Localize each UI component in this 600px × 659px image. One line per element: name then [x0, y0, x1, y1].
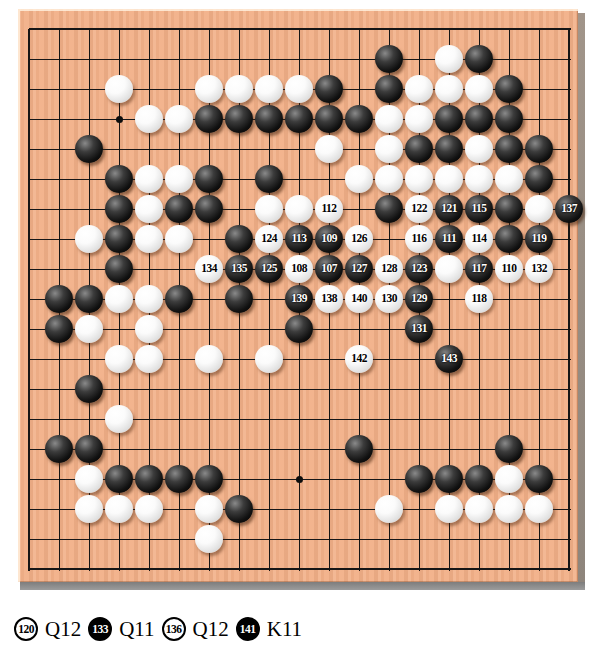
- board-side-right: [578, 13, 585, 586]
- stone-white[interactable]: [405, 75, 433, 103]
- stone-black[interactable]: [435, 465, 463, 493]
- stone-white-move-114[interactable]: 114: [465, 225, 493, 253]
- stone-white-move-140[interactable]: 140: [345, 285, 373, 313]
- stone-white-move-116[interactable]: 116: [405, 225, 433, 253]
- grid-line-horizontal: [29, 449, 571, 450]
- stone-white[interactable]: [105, 405, 133, 433]
- stone-white[interactable]: [195, 345, 223, 373]
- stone-white-move-118[interactable]: 118: [465, 285, 493, 313]
- stone-white-move-110[interactable]: 110: [495, 255, 523, 283]
- move-number: 115: [471, 203, 486, 215]
- go-board[interactable]: 1121221211151371241131091261161111141191…: [18, 9, 585, 590]
- stone-white[interactable]: [435, 75, 463, 103]
- stone-white[interactable]: [255, 195, 283, 223]
- stone-white[interactable]: [135, 315, 163, 343]
- stone-black-move-117[interactable]: 117: [465, 255, 493, 283]
- caption-move-120-coordinate: Q12: [45, 617, 81, 642]
- move-number: 131: [411, 323, 427, 335]
- grid-line-vertical: [568, 29, 570, 571]
- grid-line-horizontal: [29, 389, 571, 390]
- move-number: 134: [201, 263, 217, 275]
- stone-white[interactable]: [75, 315, 103, 343]
- grid-line-horizontal: [29, 539, 571, 540]
- star-point: [296, 476, 303, 483]
- stone-black-move-115[interactable]: 115: [465, 195, 493, 223]
- stone-white[interactable]: [375, 135, 403, 163]
- stone-white[interactable]: [225, 75, 253, 103]
- stone-black[interactable]: [135, 465, 163, 493]
- stone-black[interactable]: [255, 165, 283, 193]
- stone-white[interactable]: [195, 525, 223, 553]
- stone-white[interactable]: [105, 75, 133, 103]
- stone-white[interactable]: [405, 165, 433, 193]
- stone-white[interactable]: [75, 225, 103, 253]
- stone-black[interactable]: [465, 105, 493, 133]
- stone-white[interactable]: [465, 495, 493, 523]
- stone-black[interactable]: [495, 105, 523, 133]
- move-number: 116: [411, 233, 426, 245]
- stone-white-move-130[interactable]: 130: [375, 285, 403, 313]
- figure-caption: 120Q12133Q11136Q12141K11: [14, 612, 302, 646]
- stone-black[interactable]: [225, 105, 253, 133]
- stone-black[interactable]: [225, 285, 253, 313]
- stone-white-move-108[interactable]: 108: [285, 255, 313, 283]
- stone-white[interactable]: [165, 165, 193, 193]
- stone-white[interactable]: [465, 75, 493, 103]
- stone-black[interactable]: [345, 105, 373, 133]
- stone-white-move-122[interactable]: 122: [405, 195, 433, 223]
- stone-black[interactable]: [255, 105, 283, 133]
- caption-move-136-circle: 136: [162, 617, 186, 641]
- kifu-diagram-page: 1121221211151371241131091261161111141191…: [0, 0, 600, 659]
- stone-black[interactable]: [105, 225, 133, 253]
- move-number: 114: [471, 233, 486, 245]
- stone-black[interactable]: [195, 195, 223, 223]
- stone-black[interactable]: [465, 465, 493, 493]
- move-number: 112: [321, 203, 336, 215]
- stone-black[interactable]: [75, 435, 103, 463]
- stone-white[interactable]: [135, 165, 163, 193]
- caption-move-133-coordinate: Q11: [119, 617, 154, 642]
- stone-black[interactable]: [375, 45, 403, 73]
- stone-black-move-111[interactable]: 111: [435, 225, 463, 253]
- stone-black[interactable]: [105, 255, 133, 283]
- stone-white[interactable]: [495, 165, 523, 193]
- stone-white[interactable]: [285, 195, 313, 223]
- stone-white[interactable]: [135, 195, 163, 223]
- move-number: 140: [351, 293, 367, 305]
- stone-black[interactable]: [495, 195, 523, 223]
- stone-black[interactable]: [165, 285, 193, 313]
- stone-white[interactable]: [165, 225, 193, 253]
- stone-black[interactable]: [75, 375, 103, 403]
- stone-black[interactable]: [195, 105, 223, 133]
- stone-black[interactable]: [525, 165, 553, 193]
- stone-black[interactable]: [495, 75, 523, 103]
- move-number: 143: [441, 353, 457, 365]
- stone-black[interactable]: [195, 165, 223, 193]
- move-number: 117: [471, 263, 486, 275]
- stone-black[interactable]: [105, 165, 133, 193]
- move-number: 122: [411, 203, 427, 215]
- stone-white[interactable]: [105, 345, 133, 373]
- stone-black[interactable]: [375, 195, 403, 223]
- stone-white-move-142[interactable]: 142: [345, 345, 373, 373]
- move-number: 128: [381, 263, 397, 275]
- stone-black[interactable]: [495, 135, 523, 163]
- stone-white[interactable]: [465, 165, 493, 193]
- stone-black[interactable]: [75, 135, 103, 163]
- stone-black-move-123[interactable]: 123: [405, 255, 433, 283]
- stone-white[interactable]: [165, 105, 193, 133]
- stone-black-move-129[interactable]: 129: [405, 285, 433, 313]
- move-number: 108: [291, 263, 307, 275]
- stone-black[interactable]: [345, 435, 373, 463]
- stone-black[interactable]: [285, 315, 313, 343]
- stone-white[interactable]: [375, 495, 403, 523]
- stone-white[interactable]: [435, 165, 463, 193]
- stone-black[interactable]: [435, 105, 463, 133]
- caption-move-120-circle: 120: [14, 617, 38, 641]
- move-number: 138: [321, 293, 337, 305]
- stone-black[interactable]: [105, 195, 133, 223]
- move-number: 121: [441, 203, 457, 215]
- stone-black[interactable]: [165, 465, 193, 493]
- move-number: 110: [501, 263, 516, 275]
- stone-white[interactable]: [255, 75, 283, 103]
- stone-black[interactable]: [525, 135, 553, 163]
- stone-black[interactable]: [105, 465, 133, 493]
- stone-black[interactable]: [45, 315, 73, 343]
- stone-white[interactable]: [375, 105, 403, 133]
- move-number: 113: [291, 233, 306, 245]
- stone-white-move-132[interactable]: 132: [525, 255, 553, 283]
- board-side-bottom: [20, 582, 585, 590]
- stone-black-move-125[interactable]: 125: [255, 255, 283, 283]
- move-number: 132: [531, 263, 547, 275]
- star-point: [116, 116, 123, 123]
- stone-white[interactable]: [435, 45, 463, 73]
- caption-move-141-circle: 141: [236, 617, 260, 641]
- move-number: 137: [561, 203, 577, 215]
- stone-black[interactable]: [405, 465, 433, 493]
- stone-white[interactable]: [105, 495, 133, 523]
- stone-white-move-138[interactable]: 138: [315, 285, 343, 313]
- stone-white-move-128[interactable]: 128: [375, 255, 403, 283]
- stone-black[interactable]: [435, 135, 463, 163]
- stone-black[interactable]: [45, 435, 73, 463]
- caption-move-133-circle: 133: [88, 617, 112, 641]
- caption-move-141-coordinate: K11: [267, 617, 302, 642]
- stone-white[interactable]: [135, 105, 163, 133]
- move-number: 129: [411, 293, 427, 305]
- stone-black-move-135[interactable]: 135: [225, 255, 253, 283]
- stone-black-move-113[interactable]: 113: [285, 225, 313, 253]
- stone-black[interactable]: [495, 225, 523, 253]
- move-number: 130: [381, 293, 397, 305]
- stone-white[interactable]: [375, 165, 403, 193]
- stone-white[interactable]: [135, 285, 163, 313]
- stone-black[interactable]: [225, 495, 253, 523]
- stone-black[interactable]: [285, 105, 313, 133]
- stone-black[interactable]: [525, 465, 553, 493]
- stone-white[interactable]: [345, 165, 373, 193]
- stone-black[interactable]: [195, 465, 223, 493]
- stone-black-move-107[interactable]: 107: [315, 255, 343, 283]
- stone-white[interactable]: [285, 75, 313, 103]
- stone-white[interactable]: [75, 495, 103, 523]
- stone-white[interactable]: [135, 345, 163, 373]
- stone-black[interactable]: [315, 105, 343, 133]
- move-number: 119: [531, 233, 546, 245]
- caption-move-136-coordinate: Q12: [193, 617, 229, 642]
- stone-white[interactable]: [135, 225, 163, 253]
- stone-black[interactable]: [495, 435, 523, 463]
- grid-line-vertical: [28, 29, 30, 571]
- stone-white[interactable]: [435, 495, 463, 523]
- stone-black-move-143[interactable]: 143: [435, 345, 463, 373]
- stone-black-move-119[interactable]: 119: [525, 225, 553, 253]
- stone-white-move-112[interactable]: 112: [315, 195, 343, 223]
- grid-line-horizontal: [29, 28, 571, 30]
- move-number: 124: [261, 233, 277, 245]
- stone-white[interactable]: [315, 135, 343, 163]
- stone-white[interactable]: [105, 285, 133, 313]
- stone-white-move-126[interactable]: 126: [345, 225, 373, 253]
- stone-white[interactable]: [195, 495, 223, 523]
- move-number: 127: [351, 263, 367, 275]
- stone-white[interactable]: [525, 495, 553, 523]
- stone-black[interactable]: [75, 285, 103, 313]
- move-number: 139: [291, 293, 307, 305]
- stone-black-move-139[interactable]: 139: [285, 285, 313, 313]
- move-number: 123: [411, 263, 427, 275]
- move-number: 125: [261, 263, 277, 275]
- move-number: 109: [321, 233, 337, 245]
- stone-black[interactable]: [165, 195, 193, 223]
- stone-black[interactable]: [315, 75, 343, 103]
- stone-white[interactable]: [495, 495, 523, 523]
- move-number: 111: [442, 233, 456, 245]
- stone-black[interactable]: [405, 135, 433, 163]
- stone-white[interactable]: [255, 345, 283, 373]
- stone-black-move-131[interactable]: 131: [405, 315, 433, 343]
- stone-white[interactable]: [465, 135, 493, 163]
- move-number: 135: [231, 263, 247, 275]
- stone-white[interactable]: [135, 495, 163, 523]
- stone-white-move-134[interactable]: 134: [195, 255, 223, 283]
- stone-white-move-124[interactable]: 124: [255, 225, 283, 253]
- stone-white[interactable]: [525, 195, 553, 223]
- stone-white[interactable]: [75, 465, 103, 493]
- stone-white[interactable]: [435, 255, 463, 283]
- grid-line-horizontal: [29, 568, 571, 570]
- stone-black-move-109[interactable]: 109: [315, 225, 343, 253]
- move-number: 107: [321, 263, 337, 275]
- move-number: 126: [351, 233, 367, 245]
- move-number: 142: [351, 353, 367, 365]
- stone-black[interactable]: [225, 225, 253, 253]
- stone-black[interactable]: [45, 285, 73, 313]
- stone-black[interactable]: [375, 75, 403, 103]
- stone-black-move-137[interactable]: 137: [555, 195, 583, 223]
- stone-black-move-127[interactable]: 127: [345, 255, 373, 283]
- stone-white[interactable]: [195, 75, 223, 103]
- stone-black[interactable]: [465, 45, 493, 73]
- stone-black-move-121[interactable]: 121: [435, 195, 463, 223]
- stone-white[interactable]: [405, 105, 433, 133]
- move-number: 118: [471, 293, 486, 305]
- stone-white[interactable]: [495, 465, 523, 493]
